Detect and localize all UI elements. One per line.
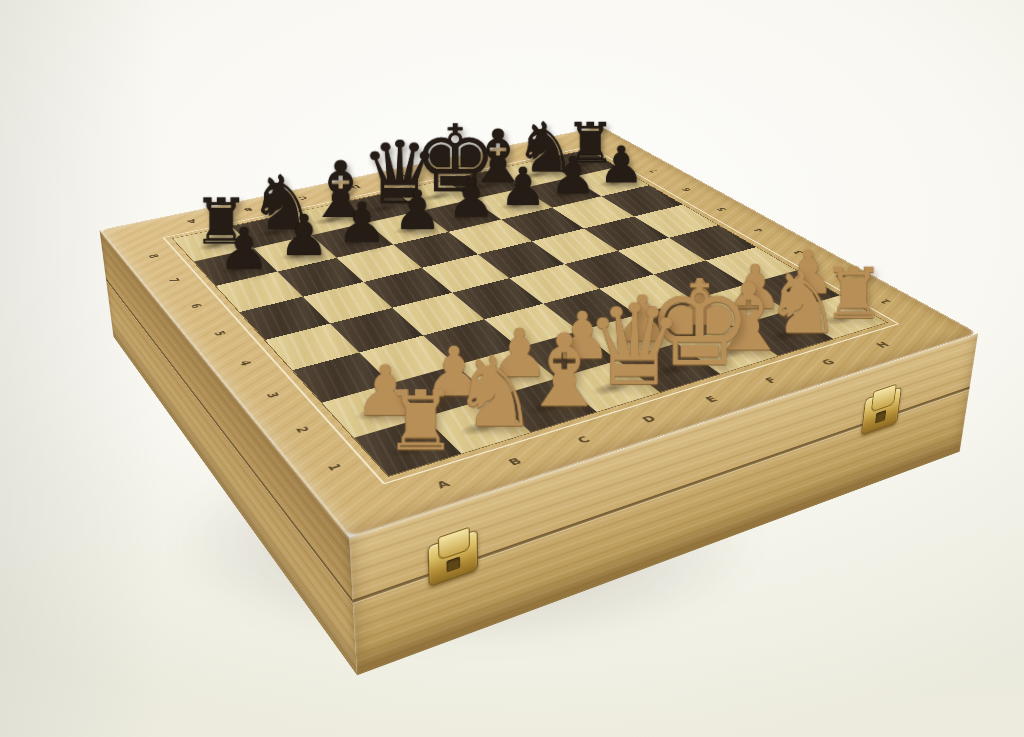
scene: ♜♞♝♛♚♝♞♜♟♟♟♟♟♟♟♟♟♟♟♟♟♟♟♟♜♞♝♛♚♝♞♜ 8877665… xyxy=(0,0,1024,737)
rank-label-left-8: 8 xyxy=(142,251,164,261)
file-label-near-D: D xyxy=(634,412,664,427)
file-label-near-C: C xyxy=(569,432,599,448)
rank-label-left-2: 2 xyxy=(288,422,317,438)
black-pawn-b7[interactable]: ♟ xyxy=(272,207,336,264)
square-a1[interactable]: ♜ xyxy=(354,417,461,476)
file-label-near-B: B xyxy=(500,453,531,470)
file-label-near-F: F xyxy=(757,374,786,388)
rank-label-left-7: 7 xyxy=(162,275,185,286)
rank-label-right-5: 5 xyxy=(710,205,733,214)
rank-label-right-6: 6 xyxy=(676,185,698,193)
black-pawn-d7[interactable]: ♟ xyxy=(387,183,448,238)
black-pawn-g7[interactable]: ♟ xyxy=(544,150,602,202)
file-label-near-H: H xyxy=(869,339,897,352)
rank-label-right-4: 4 xyxy=(747,225,771,234)
black-pawn-a7[interactable]: ♟ xyxy=(212,220,277,278)
chess-case: ♜♞♝♛♚♝♞♜♟♟♟♟♟♟♟♟♟♟♟♟♟♟♟♟♜♞♝♛♚♝♞♜ 8877665… xyxy=(100,126,979,537)
black-pawn-c7[interactable]: ♟ xyxy=(331,195,393,251)
file-label-near-E: E xyxy=(697,392,727,407)
file-label-near-G: G xyxy=(814,356,843,369)
brass-latch-right xyxy=(860,387,901,436)
black-pawn-f7[interactable]: ♟ xyxy=(494,160,553,213)
rank-label-left-1: 1 xyxy=(319,458,349,475)
file-label-near-A: A xyxy=(428,476,459,494)
white-knight-b1[interactable]: ♞ xyxy=(451,344,530,441)
white-rook-a1[interactable]: ♜ xyxy=(380,380,461,462)
rank-label-left-5: 5 xyxy=(207,327,232,339)
brass-latch-left xyxy=(427,529,478,587)
black-pawn-e7[interactable]: ♟ xyxy=(441,172,501,226)
rank-label-left-6: 6 xyxy=(184,300,208,312)
rank-label-left-3: 3 xyxy=(259,388,286,402)
rank-label-left-4: 4 xyxy=(232,356,258,369)
